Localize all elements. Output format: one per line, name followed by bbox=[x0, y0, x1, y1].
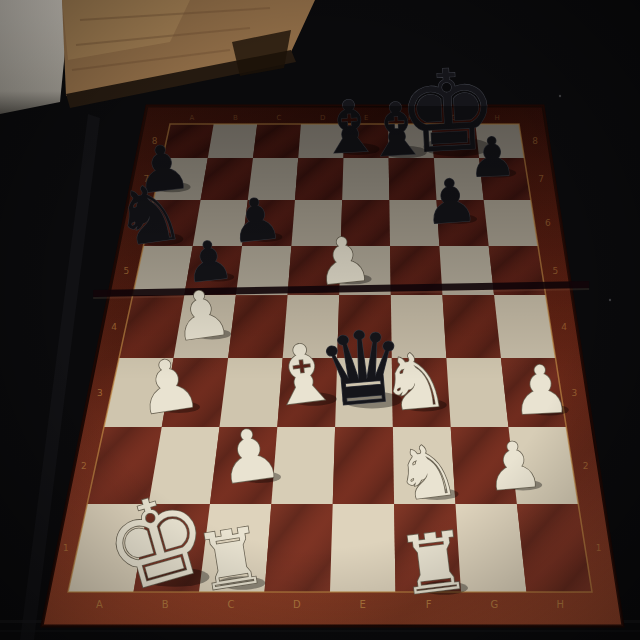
scene-svg: AABBCCDDEEFFGGHH8877665544332211♚♝♝♟♟♟♟♞… bbox=[0, 0, 640, 640]
vignette bbox=[0, 0, 640, 640]
chessboard-photo: AABBCCDDEEFFGGHH8877665544332211♚♝♝♟♟♟♟♞… bbox=[0, 0, 640, 640]
